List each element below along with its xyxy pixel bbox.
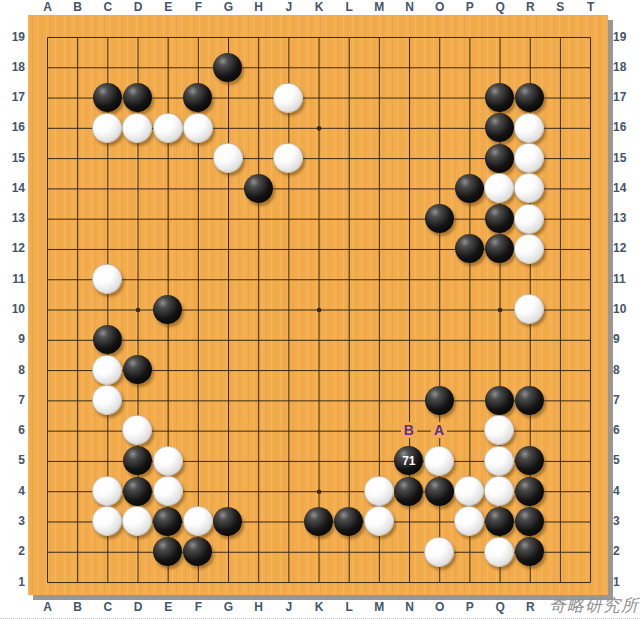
stone-black-R7[interactable] xyxy=(515,386,544,415)
stone-black-Q3[interactable] xyxy=(485,507,514,536)
coordinate-label: Q xyxy=(489,0,511,15)
coordinate-label: G xyxy=(218,0,240,15)
stone-white-R13[interactable] xyxy=(514,204,544,234)
coordinate-label: G xyxy=(218,600,240,615)
stone-white-J17[interactable] xyxy=(273,83,303,113)
coordinate-label: 2 xyxy=(613,544,639,559)
stone-white-E4[interactable] xyxy=(153,476,183,506)
coordinate-label: 11 xyxy=(613,272,639,287)
coordinate-label: E xyxy=(157,600,179,615)
coordinate-label: 1 xyxy=(0,575,25,590)
stone-white-R10[interactable] xyxy=(514,294,544,324)
coordinate-label: 12 xyxy=(0,241,25,256)
coordinate-label: F xyxy=(187,600,209,615)
stone-white-C4[interactable] xyxy=(92,476,122,506)
stone-black-O7[interactable] xyxy=(425,386,454,415)
stone-black-R5[interactable] xyxy=(515,446,544,475)
coordinate-label: 3 xyxy=(613,514,639,529)
move-number-label: 71 xyxy=(402,455,415,467)
coordinate-label: P xyxy=(459,600,481,615)
stone-white-Q14[interactable] xyxy=(484,173,514,203)
coordinate-label: M xyxy=(368,600,390,615)
stone-white-R14[interactable] xyxy=(514,173,544,203)
stone-white-G15[interactable] xyxy=(213,143,243,173)
point-marker-B-N6[interactable]: B xyxy=(401,422,417,438)
stone-white-D6[interactable] xyxy=(122,415,152,445)
coordinate-label: 15 xyxy=(613,151,639,166)
coordinate-label: H xyxy=(248,0,270,15)
stone-black-Q15[interactable] xyxy=(485,144,514,173)
stone-black-F17[interactable] xyxy=(183,83,212,112)
coordinate-label: L xyxy=(338,0,360,15)
coordinate-label: 13 xyxy=(0,211,25,226)
stone-white-J15[interactable] xyxy=(273,143,303,173)
point-marker-A-O6[interactable]: A xyxy=(431,422,447,438)
coordinate-label: 9 xyxy=(0,332,25,347)
coordinate-label: 14 xyxy=(613,181,639,196)
coordinate-label: 16 xyxy=(0,120,25,135)
stone-black-D8[interactable] xyxy=(123,355,152,384)
coordinate-label: 6 xyxy=(0,423,25,438)
stone-white-C11[interactable] xyxy=(92,264,122,294)
stone-white-R16[interactable] xyxy=(514,113,544,143)
stone-white-Q4[interactable] xyxy=(484,476,514,506)
coordinate-label: R xyxy=(519,600,541,615)
stone-white-D3[interactable] xyxy=(122,506,152,536)
coordinate-label: 3 xyxy=(0,514,25,529)
coordinate-label: C xyxy=(97,600,119,615)
board-cells: 71BA xyxy=(32,22,605,597)
coordinate-label: O xyxy=(429,0,451,15)
stone-white-Q6[interactable] xyxy=(484,415,514,445)
coordinate-label: 10 xyxy=(0,302,25,317)
stone-black-H14[interactable] xyxy=(244,174,273,203)
stone-white-P3[interactable] xyxy=(454,506,484,536)
stone-black-P14[interactable] xyxy=(455,174,484,203)
coordinate-label: S xyxy=(549,0,571,15)
coordinate-label: O xyxy=(429,600,451,615)
coordinate-label: L xyxy=(338,600,360,615)
stone-white-C8[interactable] xyxy=(92,355,122,385)
stone-white-Q2[interactable] xyxy=(484,537,514,567)
stone-black-R2[interactable] xyxy=(515,537,544,566)
stone-black-D4[interactable] xyxy=(123,477,152,506)
coordinate-label: 10 xyxy=(613,302,639,317)
coordinate-label: D xyxy=(127,600,149,615)
coordinate-label: 9 xyxy=(613,332,639,347)
coordinate-label: E xyxy=(157,0,179,15)
stone-white-C3[interactable] xyxy=(92,506,122,536)
stone-black-R17[interactable] xyxy=(515,83,544,112)
coordinate-label: 4 xyxy=(0,484,25,499)
stone-white-D16[interactable] xyxy=(122,113,152,143)
stone-black-O4[interactable] xyxy=(425,477,454,506)
stone-white-M4[interactable] xyxy=(364,476,394,506)
coordinate-label: 18 xyxy=(0,60,25,75)
stone-black-N5[interactable]: 71 xyxy=(394,446,423,475)
coordinate-label: 5 xyxy=(0,453,25,468)
coordinate-label: F xyxy=(187,0,209,15)
coordinate-label: R xyxy=(519,0,541,15)
stone-black-P12[interactable] xyxy=(455,234,484,263)
coordinate-label: P xyxy=(459,0,481,15)
stone-black-E10[interactable] xyxy=(153,295,182,324)
stone-black-R3[interactable] xyxy=(515,507,544,536)
stone-black-C9[interactable] xyxy=(93,325,122,354)
stone-black-F2[interactable] xyxy=(183,537,212,566)
coordinate-label: J xyxy=(278,600,300,615)
coordinate-label: D xyxy=(127,0,149,15)
stone-black-Q16[interactable] xyxy=(485,113,514,142)
stone-white-R15[interactable] xyxy=(514,143,544,173)
go-board[interactable]: 71BA xyxy=(28,15,608,595)
coordinate-label: 14 xyxy=(0,181,25,196)
coordinate-label: 12 xyxy=(613,241,639,256)
stone-black-Q13[interactable] xyxy=(485,204,514,233)
coordinate-label: 16 xyxy=(613,120,639,135)
coordinate-label: C xyxy=(97,0,119,15)
coordinate-label: 7 xyxy=(0,393,25,408)
coordinate-label: 11 xyxy=(0,272,25,287)
stone-white-Q5[interactable] xyxy=(484,446,514,476)
coordinate-label: 5 xyxy=(613,453,639,468)
stone-black-Q12[interactable] xyxy=(485,234,514,263)
coordinate-label: B xyxy=(67,600,89,615)
coordinate-label: M xyxy=(368,0,390,15)
stone-white-M3[interactable] xyxy=(364,506,394,536)
stone-black-N4[interactable] xyxy=(394,477,423,506)
stone-black-E2[interactable] xyxy=(153,537,182,566)
coordinate-label: 18 xyxy=(613,60,639,75)
stone-black-C17[interactable] xyxy=(93,83,122,112)
coordinate-label: 15 xyxy=(0,151,25,166)
stone-black-R4[interactable] xyxy=(515,477,544,506)
stone-white-E16[interactable] xyxy=(153,113,183,143)
stone-white-R12[interactable] xyxy=(514,234,544,264)
stone-black-G3[interactable] xyxy=(213,507,242,536)
stone-white-O2[interactable] xyxy=(424,537,454,567)
coordinate-label: 6 xyxy=(613,423,639,438)
stone-black-Q7[interactable] xyxy=(485,386,514,415)
coordinate-label: 17 xyxy=(613,90,639,105)
stone-black-D5[interactable] xyxy=(123,446,152,475)
stone-black-G18[interactable] xyxy=(213,53,242,82)
coordinate-label: 8 xyxy=(613,363,639,378)
coordinate-label: K xyxy=(308,0,330,15)
coordinate-label: 8 xyxy=(0,363,25,378)
coordinate-label: 19 xyxy=(0,30,25,45)
coordinate-label: N xyxy=(399,0,421,15)
coordinate-label: 7 xyxy=(613,393,639,408)
stone-white-F16[interactable] xyxy=(183,113,213,143)
stone-black-Q17[interactable] xyxy=(485,83,514,112)
stone-black-L3[interactable] xyxy=(334,507,363,536)
stone-black-K3[interactable] xyxy=(304,507,333,536)
coordinate-label: B xyxy=(67,0,89,15)
stone-white-C16[interactable] xyxy=(92,113,122,143)
stone-white-O5[interactable] xyxy=(424,446,454,476)
coordinate-label: 1 xyxy=(613,575,639,590)
watermark: 奇略研究所 xyxy=(549,594,639,617)
page: ABCDEFGHJKLMNOPQRST ABCDEFGHJKLMNOPQR 19… xyxy=(0,0,640,619)
stone-white-C7[interactable] xyxy=(92,385,122,415)
coordinate-label: 17 xyxy=(0,90,25,105)
coordinate-label: 13 xyxy=(613,211,639,226)
coordinate-label: 2 xyxy=(0,544,25,559)
stone-white-P4[interactable] xyxy=(454,476,484,506)
stone-black-D17[interactable] xyxy=(123,83,152,112)
coordinate-label: 19 xyxy=(613,30,639,45)
coordinate-label: H xyxy=(248,600,270,615)
coordinate-label: T xyxy=(580,0,602,15)
coordinate-label: A xyxy=(37,0,59,15)
stone-white-F3[interactable] xyxy=(183,506,213,536)
coordinate-label: Q xyxy=(489,600,511,615)
stone-black-O13[interactable] xyxy=(425,204,454,233)
stone-white-E5[interactable] xyxy=(153,446,183,476)
stone-black-E3[interactable] xyxy=(153,507,182,536)
coordinate-label: K xyxy=(308,600,330,615)
coordinate-label: N xyxy=(399,600,421,615)
coordinate-label: J xyxy=(278,0,300,15)
coordinate-label: A xyxy=(37,600,59,615)
coordinate-label: 4 xyxy=(613,484,639,499)
